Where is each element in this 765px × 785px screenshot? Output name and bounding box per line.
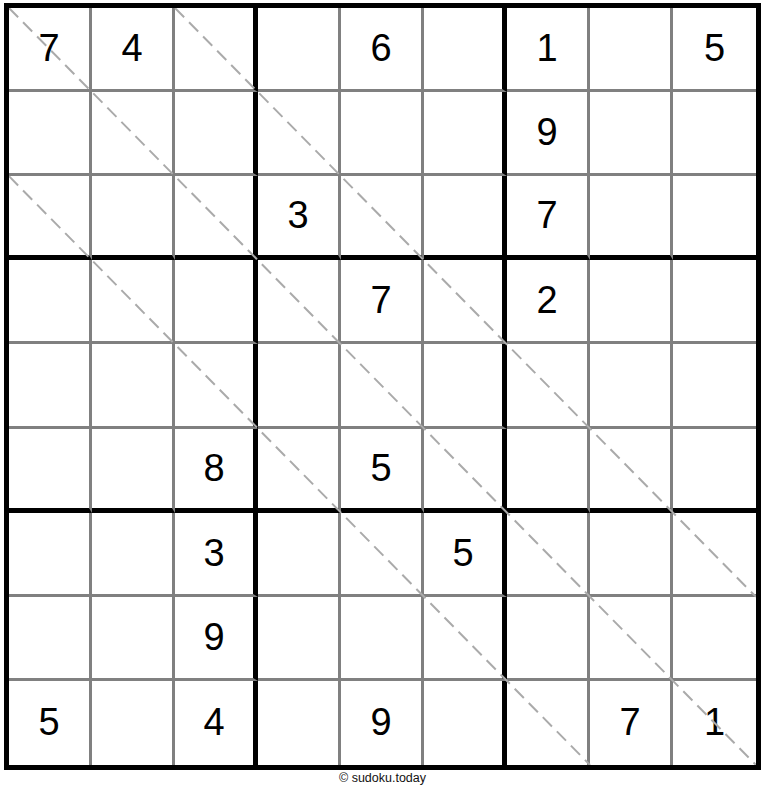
cell-r4c6[interactable] bbox=[424, 260, 507, 344]
cell-r6c1[interactable] bbox=[9, 429, 92, 513]
cell-r6c9[interactable] bbox=[673, 429, 756, 513]
cell-r2c6[interactable] bbox=[424, 92, 507, 176]
cell-r8c5[interactable] bbox=[341, 597, 424, 681]
cell-r8c8[interactable] bbox=[590, 597, 673, 681]
cell-r2c8[interactable] bbox=[590, 92, 673, 176]
cell-r4c8[interactable] bbox=[590, 260, 673, 344]
cell-r5c4[interactable] bbox=[258, 344, 341, 428]
cell-r7c3[interactable]: 3 bbox=[175, 513, 258, 597]
cell-r3c2[interactable] bbox=[92, 176, 175, 260]
cell-r9c5[interactable]: 9 bbox=[341, 681, 424, 765]
cell-grid: 74615937728535954971 bbox=[9, 8, 756, 765]
cell-r5c1[interactable] bbox=[9, 344, 92, 428]
cell-r8c1[interactable] bbox=[9, 597, 92, 681]
cell-r9c4[interactable] bbox=[258, 681, 341, 765]
cell-r1c4[interactable] bbox=[258, 8, 341, 92]
source-caption: © sudoku.today bbox=[339, 771, 426, 785]
cell-r3c6[interactable] bbox=[424, 176, 507, 260]
cell-r1c2[interactable]: 4 bbox=[92, 8, 175, 92]
cell-r9c2[interactable] bbox=[92, 681, 175, 765]
cell-r2c2[interactable] bbox=[92, 92, 175, 176]
cell-r5c7[interactable] bbox=[507, 344, 590, 428]
cell-r7c4[interactable] bbox=[258, 513, 341, 597]
footer: © sudoku.today bbox=[0, 770, 765, 785]
cell-r8c4[interactable] bbox=[258, 597, 341, 681]
cell-r9c6[interactable] bbox=[424, 681, 507, 765]
cell-r3c8[interactable] bbox=[590, 176, 673, 260]
cell-r5c9[interactable] bbox=[673, 344, 756, 428]
cell-r1c9[interactable]: 5 bbox=[673, 8, 756, 92]
cell-r1c8[interactable] bbox=[590, 8, 673, 92]
cell-r2c1[interactable] bbox=[9, 92, 92, 176]
cell-r2c4[interactable] bbox=[258, 92, 341, 176]
cell-r4c1[interactable] bbox=[9, 260, 92, 344]
cell-r5c3[interactable] bbox=[175, 344, 258, 428]
cell-r3c3[interactable] bbox=[175, 176, 258, 260]
cell-r5c5[interactable] bbox=[341, 344, 424, 428]
cell-r4c3[interactable] bbox=[175, 260, 258, 344]
cell-r3c1[interactable] bbox=[9, 176, 92, 260]
cell-r7c5[interactable] bbox=[341, 513, 424, 597]
cell-r2c5[interactable] bbox=[341, 92, 424, 176]
cell-r6c8[interactable] bbox=[590, 429, 673, 513]
cell-r1c3[interactable] bbox=[175, 8, 258, 92]
cell-r1c7[interactable]: 1 bbox=[507, 8, 590, 92]
cell-r9c8[interactable]: 7 bbox=[590, 681, 673, 765]
cell-r7c2[interactable] bbox=[92, 513, 175, 597]
cell-r3c5[interactable] bbox=[341, 176, 424, 260]
cell-r7c8[interactable] bbox=[590, 513, 673, 597]
sudoku-board: 74615937728535954971 bbox=[4, 3, 761, 770]
cell-r9c9[interactable]: 1 bbox=[673, 681, 756, 765]
cell-r9c1[interactable]: 5 bbox=[9, 681, 92, 765]
cell-r7c7[interactable] bbox=[507, 513, 590, 597]
cell-r1c1[interactable]: 7 bbox=[9, 8, 92, 92]
cell-r9c7[interactable] bbox=[507, 681, 590, 765]
cell-r8c7[interactable] bbox=[507, 597, 590, 681]
cell-r2c9[interactable] bbox=[673, 92, 756, 176]
cell-r6c5[interactable]: 5 bbox=[341, 429, 424, 513]
cell-r3c4[interactable]: 3 bbox=[258, 176, 341, 260]
cell-r5c8[interactable] bbox=[590, 344, 673, 428]
page: 74615937728535954971 © sudoku.today bbox=[0, 0, 765, 785]
cell-r1c6[interactable] bbox=[424, 8, 507, 92]
cell-r1c5[interactable]: 6 bbox=[341, 8, 424, 92]
cell-r7c6[interactable]: 5 bbox=[424, 513, 507, 597]
cell-r2c3[interactable] bbox=[175, 92, 258, 176]
cell-r4c2[interactable] bbox=[92, 260, 175, 344]
cell-r6c7[interactable] bbox=[507, 429, 590, 513]
cell-r4c5[interactable]: 7 bbox=[341, 260, 424, 344]
cell-r8c2[interactable] bbox=[92, 597, 175, 681]
cell-r6c3[interactable]: 8 bbox=[175, 429, 258, 513]
cell-r6c2[interactable] bbox=[92, 429, 175, 513]
cell-r4c9[interactable] bbox=[673, 260, 756, 344]
cell-r7c1[interactable] bbox=[9, 513, 92, 597]
cell-r8c6[interactable] bbox=[424, 597, 507, 681]
cell-r4c4[interactable] bbox=[258, 260, 341, 344]
cell-r8c9[interactable] bbox=[673, 597, 756, 681]
cell-r4c7[interactable]: 2 bbox=[507, 260, 590, 344]
cell-r8c3[interactable]: 9 bbox=[175, 597, 258, 681]
cell-r5c6[interactable] bbox=[424, 344, 507, 428]
cell-r3c9[interactable] bbox=[673, 176, 756, 260]
cell-r6c6[interactable] bbox=[424, 429, 507, 513]
cell-r9c3[interactable]: 4 bbox=[175, 681, 258, 765]
cell-r7c9[interactable] bbox=[673, 513, 756, 597]
cell-r3c7[interactable]: 7 bbox=[507, 176, 590, 260]
cell-r2c7[interactable]: 9 bbox=[507, 92, 590, 176]
cell-r5c2[interactable] bbox=[92, 344, 175, 428]
cell-r6c4[interactable] bbox=[258, 429, 341, 513]
